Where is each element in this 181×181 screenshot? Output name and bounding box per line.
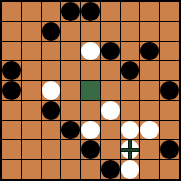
board-cell[interactable] [42, 22, 61, 41]
board-cell[interactable] [42, 160, 61, 179]
board-cell[interactable] [61, 2, 80, 21]
white-stone [81, 42, 100, 61]
board-cell[interactable] [121, 61, 140, 80]
board-cell[interactable] [61, 160, 80, 179]
board-cell[interactable] [42, 61, 61, 80]
cross-marker-icon [121, 148, 140, 152]
board-cell[interactable] [140, 61, 159, 80]
board-cell[interactable] [160, 22, 179, 41]
board-cell[interactable] [101, 22, 120, 41]
board-cell[interactable] [121, 81, 140, 100]
board-cell[interactable] [81, 121, 100, 140]
board-cell[interactable] [22, 2, 41, 21]
board-cell[interactable] [81, 101, 100, 120]
black-stone [61, 121, 80, 140]
board-cell[interactable] [2, 140, 21, 159]
black-stone [61, 2, 80, 21]
board-cell[interactable] [61, 121, 80, 140]
black-stone [160, 140, 179, 159]
board-cell[interactable] [61, 61, 80, 80]
black-stone [81, 2, 100, 21]
white-stone [121, 160, 140, 179]
black-stone [2, 61, 21, 80]
board-cell[interactable] [121, 2, 140, 21]
board-cell[interactable] [61, 140, 80, 159]
game-board [0, 0, 181, 181]
board-cell[interactable] [140, 81, 159, 100]
board-cell[interactable] [101, 140, 120, 159]
white-stone [81, 121, 100, 140]
board-cell[interactable] [22, 81, 41, 100]
board-cell[interactable] [22, 140, 41, 159]
board-cell[interactable] [140, 140, 159, 159]
board-cell[interactable] [81, 160, 100, 179]
board-cell[interactable] [101, 101, 120, 120]
board-cell[interactable] [101, 42, 120, 61]
board-cell[interactable] [160, 42, 179, 61]
black-stone [140, 42, 159, 61]
board-cell[interactable] [121, 121, 140, 140]
board-cell[interactable] [42, 101, 61, 120]
black-stone [2, 81, 21, 100]
board-cell[interactable] [42, 121, 61, 140]
black-stone [160, 81, 179, 100]
board-cell[interactable] [42, 42, 61, 61]
board-cell[interactable] [121, 42, 140, 61]
white-stone [101, 101, 120, 120]
board-cell[interactable] [140, 101, 159, 120]
board-cell[interactable] [160, 160, 179, 179]
board-cell[interactable] [121, 101, 140, 120]
board-cell[interactable] [2, 61, 21, 80]
board-cell[interactable] [160, 61, 179, 80]
white-stone [121, 121, 140, 140]
board-cell[interactable] [101, 2, 120, 21]
board-cell[interactable] [101, 81, 120, 100]
board-cell[interactable] [81, 2, 100, 21]
highlight-cell[interactable] [81, 81, 100, 100]
board-cell[interactable] [2, 160, 21, 179]
board-cell[interactable] [101, 61, 120, 80]
board-cell[interactable] [22, 121, 41, 140]
board-cell[interactable] [42, 81, 61, 100]
board-cell[interactable] [101, 121, 120, 140]
board-cell[interactable] [140, 42, 159, 61]
board-cell[interactable] [2, 121, 21, 140]
board-cell[interactable] [22, 22, 41, 41]
board-cell[interactable] [81, 61, 100, 80]
board-cell[interactable] [61, 42, 80, 61]
board-cell[interactable] [121, 160, 140, 179]
board-cell[interactable] [2, 101, 21, 120]
board-cell[interactable] [140, 2, 159, 21]
board-cell[interactable] [2, 81, 21, 100]
board-cell[interactable] [160, 2, 179, 21]
board-cell[interactable] [42, 140, 61, 159]
black-stone [101, 42, 120, 61]
white-stone-cross-marker [121, 140, 140, 159]
black-stone [121, 61, 140, 80]
board-cell[interactable] [101, 160, 120, 179]
board-cell[interactable] [2, 42, 21, 61]
board-cell[interactable] [42, 2, 61, 21]
board-cell[interactable] [22, 42, 41, 61]
black-stone [42, 101, 61, 120]
board-cell[interactable] [160, 81, 179, 100]
board-cell[interactable] [22, 61, 41, 80]
board-cell[interactable] [81, 22, 100, 41]
board-cell[interactable] [81, 42, 100, 61]
board-cell[interactable] [81, 140, 100, 159]
board-cell[interactable] [140, 22, 159, 41]
board-cell[interactable] [121, 22, 140, 41]
board-cell[interactable] [160, 121, 179, 140]
board-cell[interactable] [121, 140, 140, 159]
white-stone [42, 81, 61, 100]
board-cell[interactable] [61, 81, 80, 100]
board-cell[interactable] [61, 101, 80, 120]
board-cell[interactable] [2, 22, 21, 41]
board-cell[interactable] [140, 121, 159, 140]
black-stone [81, 140, 100, 159]
white-stone [140, 121, 159, 140]
board-cell[interactable] [140, 160, 159, 179]
black-stone [42, 22, 61, 41]
black-stone [101, 160, 120, 179]
board-cell[interactable] [22, 101, 41, 120]
board-cell[interactable] [160, 101, 179, 120]
board-cell[interactable] [22, 160, 41, 179]
board-cell[interactable] [61, 22, 80, 41]
board-cell[interactable] [160, 140, 179, 159]
board-cell[interactable] [2, 2, 21, 21]
